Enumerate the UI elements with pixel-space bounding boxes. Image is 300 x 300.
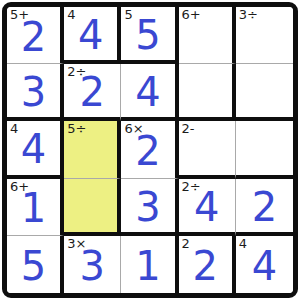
cell-r1c2[interactable]: 4 bbox=[121, 64, 178, 121]
answer-digit: 3 bbox=[121, 179, 174, 232]
cage-clue: 3÷ bbox=[239, 7, 258, 23]
cage-clue: 5+ bbox=[10, 7, 29, 23]
cell-r2c1[interactable]: 5÷ bbox=[64, 121, 121, 178]
cell-r4c0[interactable]: 5 bbox=[7, 236, 64, 293]
cell-r0c4[interactable]: 3÷ bbox=[236, 7, 293, 64]
cage-clue: 6× bbox=[124, 121, 143, 137]
cage-clue: 6+ bbox=[10, 179, 29, 195]
cell-r0c1[interactable]: 44 bbox=[64, 7, 121, 64]
cage-clue: 2- bbox=[182, 121, 195, 137]
cage-clue: 4 bbox=[239, 236, 247, 252]
answer-digit: 3 bbox=[7, 64, 60, 117]
cell-r4c2[interactable]: 1 bbox=[121, 236, 178, 293]
cell-r0c2[interactable]: 55 bbox=[121, 7, 178, 64]
cell-r3c0[interactable]: 6+1 bbox=[7, 179, 64, 236]
cell-r2c0[interactable]: 44 bbox=[7, 121, 64, 178]
cell-r2c2[interactable]: 6×2 bbox=[121, 121, 178, 178]
cell-r3c1[interactable] bbox=[64, 179, 121, 236]
cell-r1c1[interactable]: 2÷2 bbox=[64, 64, 121, 121]
cell-r3c4[interactable]: 2 bbox=[236, 179, 293, 236]
cell-r0c0[interactable]: 5+2 bbox=[7, 7, 64, 64]
answer-digit: 4 bbox=[121, 64, 174, 117]
kenken-board: 5+244556+3÷32÷24445÷6×22-6+132÷4253×3122… bbox=[2, 2, 298, 298]
cell-r2c3[interactable]: 2- bbox=[179, 121, 236, 178]
cage-clue: 2÷ bbox=[182, 179, 201, 195]
cell-r4c1[interactable]: 3×3 bbox=[64, 236, 121, 293]
cage-clue: 5 bbox=[124, 7, 132, 23]
cell-r1c3[interactable] bbox=[179, 64, 236, 121]
cell-r0c3[interactable]: 6+ bbox=[179, 7, 236, 64]
answer-digit: 1 bbox=[121, 236, 174, 293]
cell-r2c4[interactable] bbox=[236, 121, 293, 178]
cage-clue: 2 bbox=[182, 236, 190, 252]
cage-clue: 5÷ bbox=[67, 121, 86, 137]
kenken-puzzle-page: 5+244556+3÷32÷24445÷6×22-6+132÷4253×3122… bbox=[0, 0, 300, 300]
cell-r4c4[interactable]: 44 bbox=[236, 236, 293, 293]
cell-r1c4[interactable] bbox=[236, 64, 293, 121]
cell-r1c0[interactable]: 3 bbox=[7, 64, 64, 121]
cage-clue: 4 bbox=[10, 121, 18, 137]
answer-digit: 5 bbox=[7, 236, 60, 293]
cage-clue: 3× bbox=[67, 236, 86, 252]
cell-r3c2[interactable]: 3 bbox=[121, 179, 178, 236]
cage-clue: 2÷ bbox=[67, 64, 86, 80]
cage-clue: 6+ bbox=[182, 7, 201, 23]
cell-r4c3[interactable]: 22 bbox=[179, 236, 236, 293]
answer-digit: 2 bbox=[236, 179, 293, 232]
cell-r3c3[interactable]: 2÷4 bbox=[179, 179, 236, 236]
cage-clue: 4 bbox=[67, 7, 75, 23]
